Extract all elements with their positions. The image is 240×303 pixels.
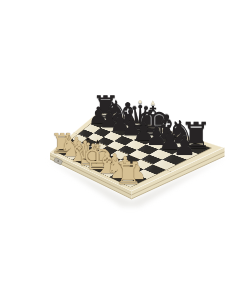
product-photo-scene: ♜♞♝♛●♚▲♝♞♜♟♟♟♟♟♟♟♟♟♟♟♟♟♟♟♟♜♞♝♛●♚▲♝♞♜	[0, 0, 240, 303]
